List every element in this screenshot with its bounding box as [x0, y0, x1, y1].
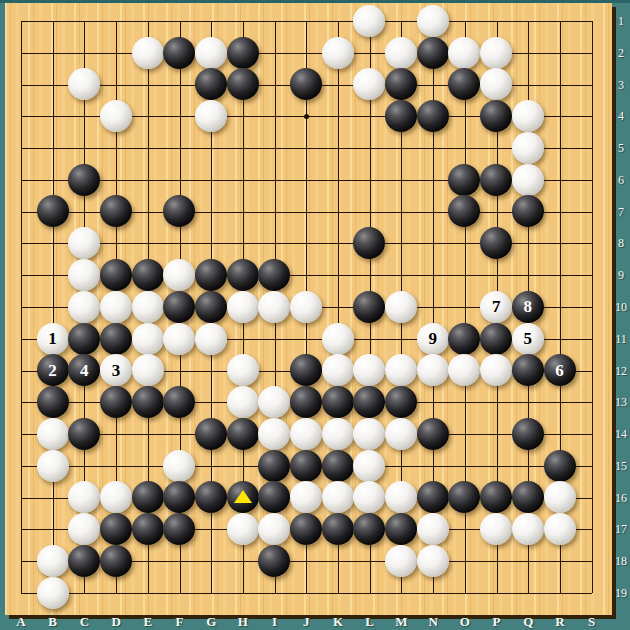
intersection-N10[interactable] [417, 291, 449, 323]
intersection-C8[interactable] [68, 227, 100, 259]
intersection-M16[interactable] [385, 481, 417, 513]
intersection-I19[interactable] [259, 577, 291, 609]
intersection-A10[interactable] [5, 291, 37, 323]
intersection-H1[interactable] [227, 5, 259, 37]
intersection-G18[interactable] [195, 545, 227, 577]
intersection-Q4[interactable] [512, 100, 544, 132]
intersection-A11[interactable] [5, 323, 37, 355]
intersection-P4[interactable] [480, 100, 512, 132]
intersection-Q12[interactable] [512, 354, 544, 386]
intersection-F18[interactable] [163, 545, 195, 577]
intersection-E19[interactable] [132, 577, 164, 609]
intersection-C16[interactable] [68, 481, 100, 513]
intersection-P5[interactable] [480, 132, 512, 164]
intersection-F12[interactable] [163, 354, 195, 386]
intersection-D5[interactable] [100, 132, 132, 164]
intersection-K12[interactable] [322, 354, 354, 386]
intersection-R16[interactable] [544, 481, 576, 513]
intersection-G5[interactable] [195, 132, 227, 164]
intersection-C18[interactable] [68, 545, 100, 577]
intersection-J14[interactable] [290, 418, 322, 450]
intersection-F5[interactable] [163, 132, 195, 164]
intersection-J19[interactable] [290, 577, 322, 609]
intersection-R8[interactable] [544, 227, 576, 259]
intersection-I7[interactable] [259, 196, 291, 228]
intersection-B16[interactable] [37, 481, 69, 513]
intersection-F11[interactable] [163, 323, 195, 355]
intersection-O9[interactable] [449, 259, 481, 291]
intersection-H14[interactable] [227, 418, 259, 450]
intersection-H10[interactable] [227, 291, 259, 323]
intersection-A2[interactable] [5, 37, 37, 69]
intersection-F2[interactable] [163, 37, 195, 69]
intersection-E6[interactable] [132, 164, 164, 196]
intersection-C19[interactable] [68, 577, 100, 609]
intersection-L9[interactable] [354, 259, 386, 291]
intersection-M11[interactable] [385, 323, 417, 355]
intersection-J16[interactable] [290, 481, 322, 513]
intersection-N7[interactable] [417, 196, 449, 228]
intersection-C6[interactable] [68, 164, 100, 196]
intersection-J6[interactable] [290, 164, 322, 196]
intersection-E4[interactable] [132, 100, 164, 132]
intersection-K6[interactable] [322, 164, 354, 196]
intersection-N19[interactable] [417, 577, 449, 609]
intersection-R7[interactable] [544, 196, 576, 228]
intersection-K3[interactable] [322, 69, 354, 101]
intersection-K11[interactable] [322, 323, 354, 355]
intersection-I18[interactable] [259, 545, 291, 577]
intersection-G19[interactable] [195, 577, 227, 609]
intersection-O7[interactable] [449, 196, 481, 228]
intersection-S17[interactable] [575, 513, 607, 545]
intersection-C10[interactable] [68, 291, 100, 323]
intersection-N1[interactable] [417, 5, 449, 37]
intersection-H9[interactable] [227, 259, 259, 291]
intersection-B1[interactable] [37, 5, 69, 37]
intersection-N16[interactable] [417, 481, 449, 513]
intersection-A14[interactable] [5, 418, 37, 450]
intersection-Q8[interactable] [512, 227, 544, 259]
intersection-D10[interactable] [100, 291, 132, 323]
intersection-J5[interactable] [290, 132, 322, 164]
intersection-S9[interactable] [575, 259, 607, 291]
intersection-C4[interactable] [68, 100, 100, 132]
intersection-O1[interactable] [449, 5, 481, 37]
intersection-L13[interactable] [354, 386, 386, 418]
intersection-H5[interactable] [227, 132, 259, 164]
intersection-M9[interactable] [385, 259, 417, 291]
intersection-K16[interactable] [322, 481, 354, 513]
intersection-L11[interactable] [354, 323, 386, 355]
intersection-N14[interactable] [417, 418, 449, 450]
intersection-R12[interactable]: 6 [544, 354, 576, 386]
intersection-D15[interactable] [100, 450, 132, 482]
intersection-N8[interactable] [417, 227, 449, 259]
intersection-P8[interactable] [480, 227, 512, 259]
intersection-N17[interactable] [417, 513, 449, 545]
intersection-B5[interactable] [37, 132, 69, 164]
intersection-A16[interactable] [5, 481, 37, 513]
intersection-O13[interactable] [449, 386, 481, 418]
intersection-O4[interactable] [449, 100, 481, 132]
intersection-N4[interactable] [417, 100, 449, 132]
intersection-N9[interactable] [417, 259, 449, 291]
intersection-K1[interactable] [322, 5, 354, 37]
intersection-B11[interactable]: 1 [37, 323, 69, 355]
intersection-J4[interactable] [290, 100, 322, 132]
intersection-Q9[interactable] [512, 259, 544, 291]
intersection-A15[interactable] [5, 450, 37, 482]
intersection-E10[interactable] [132, 291, 164, 323]
intersection-B10[interactable] [37, 291, 69, 323]
intersection-I15[interactable] [259, 450, 291, 482]
intersection-A18[interactable] [5, 545, 37, 577]
intersection-G3[interactable] [195, 69, 227, 101]
intersection-O18[interactable] [449, 545, 481, 577]
intersection-K7[interactable] [322, 196, 354, 228]
intersection-D9[interactable] [100, 259, 132, 291]
intersection-J3[interactable] [290, 69, 322, 101]
intersection-R19[interactable] [544, 577, 576, 609]
intersection-C2[interactable] [68, 37, 100, 69]
intersection-Q3[interactable] [512, 69, 544, 101]
intersection-Q15[interactable] [512, 450, 544, 482]
intersection-Q2[interactable] [512, 37, 544, 69]
intersection-E7[interactable] [132, 196, 164, 228]
intersection-L10[interactable] [354, 291, 386, 323]
intersection-L8[interactable] [354, 227, 386, 259]
intersection-E11[interactable] [132, 323, 164, 355]
intersection-C14[interactable] [68, 418, 100, 450]
intersection-F13[interactable] [163, 386, 195, 418]
intersection-S19[interactable] [575, 577, 607, 609]
intersection-L1[interactable] [354, 5, 386, 37]
intersection-P2[interactable] [480, 37, 512, 69]
intersection-E5[interactable] [132, 132, 164, 164]
intersection-N11[interactable]: 9 [417, 323, 449, 355]
intersection-B6[interactable] [37, 164, 69, 196]
intersection-F4[interactable] [163, 100, 195, 132]
intersection-N5[interactable] [417, 132, 449, 164]
intersection-H17[interactable] [227, 513, 259, 545]
intersection-F3[interactable] [163, 69, 195, 101]
intersection-F16[interactable] [163, 481, 195, 513]
intersection-J17[interactable] [290, 513, 322, 545]
intersection-D8[interactable] [100, 227, 132, 259]
intersection-G10[interactable] [195, 291, 227, 323]
intersection-R13[interactable] [544, 386, 576, 418]
intersection-H16[interactable] [227, 481, 259, 513]
intersection-F14[interactable] [163, 418, 195, 450]
intersection-I12[interactable] [259, 354, 291, 386]
intersection-F10[interactable] [163, 291, 195, 323]
intersection-S13[interactable] [575, 386, 607, 418]
intersection-B3[interactable] [37, 69, 69, 101]
intersection-D7[interactable] [100, 196, 132, 228]
intersection-A3[interactable] [5, 69, 37, 101]
intersection-B19[interactable] [37, 577, 69, 609]
intersection-J12[interactable] [290, 354, 322, 386]
intersection-M13[interactable] [385, 386, 417, 418]
intersection-M5[interactable] [385, 132, 417, 164]
intersection-P3[interactable] [480, 69, 512, 101]
intersection-P7[interactable] [480, 196, 512, 228]
intersection-L3[interactable] [354, 69, 386, 101]
intersection-Q16[interactable] [512, 481, 544, 513]
intersection-Q14[interactable] [512, 418, 544, 450]
intersection-G7[interactable] [195, 196, 227, 228]
intersection-A12[interactable] [5, 354, 37, 386]
intersection-I4[interactable] [259, 100, 291, 132]
intersection-G14[interactable] [195, 418, 227, 450]
intersection-R5[interactable] [544, 132, 576, 164]
intersection-S18[interactable] [575, 545, 607, 577]
intersection-F19[interactable] [163, 577, 195, 609]
intersection-J10[interactable] [290, 291, 322, 323]
intersection-H7[interactable] [227, 196, 259, 228]
intersection-L18[interactable] [354, 545, 386, 577]
intersection-O5[interactable] [449, 132, 481, 164]
intersection-O10[interactable] [449, 291, 481, 323]
intersection-S15[interactable] [575, 450, 607, 482]
intersection-C7[interactable] [68, 196, 100, 228]
intersection-M7[interactable] [385, 196, 417, 228]
intersection-I14[interactable] [259, 418, 291, 450]
intersection-A4[interactable] [5, 100, 37, 132]
intersection-S6[interactable] [575, 164, 607, 196]
intersection-F9[interactable] [163, 259, 195, 291]
intersection-P10[interactable]: 7 [480, 291, 512, 323]
intersection-M14[interactable] [385, 418, 417, 450]
intersection-E13[interactable] [132, 386, 164, 418]
intersection-A17[interactable] [5, 513, 37, 545]
intersection-C13[interactable] [68, 386, 100, 418]
intersection-B17[interactable] [37, 513, 69, 545]
intersection-K17[interactable] [322, 513, 354, 545]
intersection-M10[interactable] [385, 291, 417, 323]
intersection-B4[interactable] [37, 100, 69, 132]
intersection-E16[interactable] [132, 481, 164, 513]
intersection-Q6[interactable] [512, 164, 544, 196]
intersection-N13[interactable] [417, 386, 449, 418]
intersection-J13[interactable] [290, 386, 322, 418]
intersection-Q13[interactable] [512, 386, 544, 418]
intersection-O11[interactable] [449, 323, 481, 355]
intersection-D17[interactable] [100, 513, 132, 545]
intersection-M8[interactable] [385, 227, 417, 259]
intersection-J8[interactable] [290, 227, 322, 259]
intersection-P6[interactable] [480, 164, 512, 196]
intersection-H8[interactable] [227, 227, 259, 259]
intersection-J18[interactable] [290, 545, 322, 577]
intersection-I11[interactable] [259, 323, 291, 355]
intersection-L16[interactable] [354, 481, 386, 513]
intersection-I13[interactable] [259, 386, 291, 418]
intersection-L17[interactable] [354, 513, 386, 545]
intersection-P17[interactable] [480, 513, 512, 545]
intersection-N18[interactable] [417, 545, 449, 577]
intersection-B14[interactable] [37, 418, 69, 450]
intersection-F7[interactable] [163, 196, 195, 228]
intersection-B18[interactable] [37, 545, 69, 577]
intersection-A7[interactable] [5, 196, 37, 228]
intersection-C5[interactable] [68, 132, 100, 164]
intersection-F15[interactable] [163, 450, 195, 482]
intersection-B2[interactable] [37, 37, 69, 69]
intersection-D1[interactable] [100, 5, 132, 37]
intersection-L15[interactable] [354, 450, 386, 482]
intersection-F8[interactable] [163, 227, 195, 259]
intersection-K10[interactable] [322, 291, 354, 323]
intersection-H4[interactable] [227, 100, 259, 132]
intersection-L2[interactable] [354, 37, 386, 69]
intersection-F1[interactable] [163, 5, 195, 37]
intersection-I17[interactable] [259, 513, 291, 545]
intersection-M12[interactable] [385, 354, 417, 386]
intersection-S8[interactable] [575, 227, 607, 259]
intersection-D4[interactable] [100, 100, 132, 132]
intersection-D14[interactable] [100, 418, 132, 450]
intersection-S16[interactable] [575, 481, 607, 513]
intersection-N6[interactable] [417, 164, 449, 196]
intersection-M18[interactable] [385, 545, 417, 577]
intersection-I3[interactable] [259, 69, 291, 101]
intersection-G1[interactable] [195, 5, 227, 37]
intersection-J1[interactable] [290, 5, 322, 37]
intersection-D2[interactable] [100, 37, 132, 69]
intersection-L4[interactable] [354, 100, 386, 132]
intersection-C1[interactable] [68, 5, 100, 37]
intersection-E17[interactable] [132, 513, 164, 545]
intersection-Q7[interactable] [512, 196, 544, 228]
intersection-O16[interactable] [449, 481, 481, 513]
intersection-P13[interactable] [480, 386, 512, 418]
intersection-N15[interactable] [417, 450, 449, 482]
intersection-Q1[interactable] [512, 5, 544, 37]
intersection-O17[interactable] [449, 513, 481, 545]
intersection-E2[interactable] [132, 37, 164, 69]
intersection-Q10[interactable]: 8 [512, 291, 544, 323]
intersection-D16[interactable] [100, 481, 132, 513]
intersection-J11[interactable] [290, 323, 322, 355]
intersection-M17[interactable] [385, 513, 417, 545]
intersection-A1[interactable] [5, 5, 37, 37]
intersection-R4[interactable] [544, 100, 576, 132]
intersection-J7[interactable] [290, 196, 322, 228]
intersection-M4[interactable] [385, 100, 417, 132]
intersection-O3[interactable] [449, 69, 481, 101]
intersection-O14[interactable] [449, 418, 481, 450]
intersection-A9[interactable] [5, 259, 37, 291]
intersection-H12[interactable] [227, 354, 259, 386]
intersection-M6[interactable] [385, 164, 417, 196]
intersection-L12[interactable] [354, 354, 386, 386]
intersection-D19[interactable] [100, 577, 132, 609]
intersection-K8[interactable] [322, 227, 354, 259]
intersection-N3[interactable] [417, 69, 449, 101]
intersection-P19[interactable] [480, 577, 512, 609]
intersection-S10[interactable] [575, 291, 607, 323]
intersection-G9[interactable] [195, 259, 227, 291]
intersection-F17[interactable] [163, 513, 195, 545]
intersection-S14[interactable] [575, 418, 607, 450]
intersection-P15[interactable] [480, 450, 512, 482]
intersection-R15[interactable] [544, 450, 576, 482]
intersection-B8[interactable] [37, 227, 69, 259]
intersection-I8[interactable] [259, 227, 291, 259]
intersection-L19[interactable] [354, 577, 386, 609]
intersection-S1[interactable] [575, 5, 607, 37]
intersection-G15[interactable] [195, 450, 227, 482]
intersection-R14[interactable] [544, 418, 576, 450]
intersection-L5[interactable] [354, 132, 386, 164]
intersection-D13[interactable] [100, 386, 132, 418]
intersection-S5[interactable] [575, 132, 607, 164]
intersection-R1[interactable] [544, 5, 576, 37]
intersection-L7[interactable] [354, 196, 386, 228]
intersection-R18[interactable] [544, 545, 576, 577]
intersection-B9[interactable] [37, 259, 69, 291]
intersection-G2[interactable] [195, 37, 227, 69]
intersection-G11[interactable] [195, 323, 227, 355]
intersection-I9[interactable] [259, 259, 291, 291]
intersection-O19[interactable] [449, 577, 481, 609]
intersection-B7[interactable] [37, 196, 69, 228]
intersection-E12[interactable] [132, 354, 164, 386]
intersection-N2[interactable] [417, 37, 449, 69]
intersection-R6[interactable] [544, 164, 576, 196]
intersection-B13[interactable] [37, 386, 69, 418]
intersection-L6[interactable] [354, 164, 386, 196]
intersection-C9[interactable] [68, 259, 100, 291]
intersection-O8[interactable] [449, 227, 481, 259]
intersection-H6[interactable] [227, 164, 259, 196]
intersection-O2[interactable] [449, 37, 481, 69]
intersection-R3[interactable] [544, 69, 576, 101]
intersection-E8[interactable] [132, 227, 164, 259]
intersection-E14[interactable] [132, 418, 164, 450]
intersection-S11[interactable] [575, 323, 607, 355]
intersection-J15[interactable] [290, 450, 322, 482]
intersection-K4[interactable] [322, 100, 354, 132]
intersection-R9[interactable] [544, 259, 576, 291]
intersection-E1[interactable] [132, 5, 164, 37]
intersection-S12[interactable] [575, 354, 607, 386]
intersection-I5[interactable] [259, 132, 291, 164]
intersection-D12[interactable]: 3 [100, 354, 132, 386]
intersection-K14[interactable] [322, 418, 354, 450]
intersection-Q19[interactable] [512, 577, 544, 609]
intersection-A6[interactable] [5, 164, 37, 196]
intersection-K13[interactable] [322, 386, 354, 418]
intersection-R10[interactable] [544, 291, 576, 323]
intersection-P18[interactable] [480, 545, 512, 577]
intersection-J2[interactable] [290, 37, 322, 69]
intersection-N12[interactable] [417, 354, 449, 386]
intersection-G17[interactable] [195, 513, 227, 545]
intersection-M15[interactable] [385, 450, 417, 482]
intersection-G8[interactable] [195, 227, 227, 259]
intersection-I6[interactable] [259, 164, 291, 196]
intersection-A8[interactable] [5, 227, 37, 259]
intersection-M3[interactable] [385, 69, 417, 101]
intersection-G12[interactable] [195, 354, 227, 386]
intersection-O15[interactable] [449, 450, 481, 482]
intersection-S2[interactable] [575, 37, 607, 69]
intersection-P12[interactable] [480, 354, 512, 386]
intersection-L14[interactable] [354, 418, 386, 450]
